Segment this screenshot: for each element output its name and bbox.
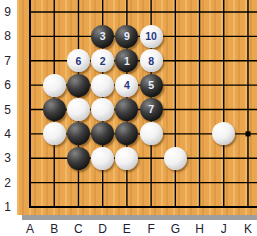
intersection-D3[interactable]: [91, 146, 115, 170]
column-label-J: J: [216, 222, 232, 236]
intersection-D5[interactable]: [91, 97, 115, 121]
intersection-C5[interactable]: [66, 97, 90, 121]
row-label-6: 6: [0, 78, 15, 92]
intersection-H7[interactable]: [187, 49, 211, 73]
intersection-K7[interactable]: [236, 49, 257, 73]
stone-white-D7[interactable]: 2: [91, 49, 114, 72]
column-label-F: F: [143, 222, 159, 236]
stone-white-B6[interactable]: [43, 74, 66, 97]
intersection-D9[interactable]: [91, 0, 115, 24]
intersection-A8[interactable]: [18, 24, 42, 48]
intersection-K8[interactable]: [236, 24, 257, 48]
intersection-D8[interactable]: 3: [91, 24, 115, 48]
intersection-K4[interactable]: [236, 122, 257, 146]
intersection-E8[interactable]: 9: [115, 24, 139, 48]
row-label-9: 9: [0, 5, 15, 19]
intersection-K5[interactable]: [236, 97, 257, 121]
row-label-5: 5: [0, 103, 15, 117]
stone-white-C7[interactable]: 6: [67, 49, 90, 72]
intersection-C2[interactable]: [66, 170, 90, 194]
intersection-G8[interactable]: [163, 24, 187, 48]
stone-black-C6[interactable]: [67, 74, 90, 97]
intersection-J5[interactable]: [212, 97, 236, 121]
intersection-G2[interactable]: [163, 170, 187, 194]
column-label-D: D: [95, 222, 111, 236]
intersection-F6[interactable]: 5: [139, 73, 163, 97]
row-label-7: 7: [0, 54, 15, 68]
intersection-H4[interactable]: [187, 122, 211, 146]
stone-white-F4[interactable]: [140, 122, 163, 145]
intersection-H8[interactable]: [187, 24, 211, 48]
intersection-J4[interactable]: [212, 122, 236, 146]
intersection-H6[interactable]: [187, 73, 211, 97]
intersection-F7[interactable]: 8: [139, 49, 163, 73]
stone-black-E5[interactable]: [115, 98, 138, 121]
stone-white-E3[interactable]: [115, 147, 138, 170]
intersection-J9[interactable]: [212, 0, 236, 24]
intersection-J6[interactable]: [212, 73, 236, 97]
intersection-C7[interactable]: 6: [66, 49, 90, 73]
stone-white-F8[interactable]: 10: [140, 25, 163, 48]
column-label-A: A: [22, 222, 38, 236]
intersection-D4[interactable]: [91, 122, 115, 146]
intersection-G7[interactable]: [163, 49, 187, 73]
stone-black-D8[interactable]: 3: [91, 25, 114, 48]
stone-white-C5[interactable]: [67, 98, 90, 121]
stone-white-G3[interactable]: [164, 147, 187, 170]
intersection-A5[interactable]: [18, 97, 42, 121]
intersection-G9[interactable]: [163, 0, 187, 24]
intersection-D2[interactable]: [91, 170, 115, 194]
intersection-B4[interactable]: [42, 122, 66, 146]
intersection-B3[interactable]: [42, 146, 66, 170]
intersection-E2[interactable]: [115, 170, 139, 194]
stone-black-E8[interactable]: 9: [115, 25, 138, 48]
row-label-8: 8: [0, 29, 15, 43]
stone-white-J4[interactable]: [212, 122, 235, 145]
intersection-C8[interactable]: [66, 24, 90, 48]
row-label-1: 1: [0, 200, 15, 214]
go-board: 39106218457: [17, 0, 257, 215]
intersection-H2[interactable]: [187, 170, 211, 194]
intersection-C6[interactable]: [66, 73, 90, 97]
move-number: 6: [76, 56, 82, 67]
intersection-J8[interactable]: [212, 24, 236, 48]
move-number: 9: [124, 31, 130, 42]
intersection-F3[interactable]: [139, 146, 163, 170]
column-label-K: K: [240, 222, 256, 236]
intersection-C9[interactable]: [66, 0, 90, 24]
column-label-B: B: [46, 222, 62, 236]
intersection-K2[interactable]: [236, 170, 257, 194]
intersection-F5[interactable]: 7: [139, 97, 163, 121]
intersection-B7[interactable]: [42, 49, 66, 73]
stone-white-D3[interactable]: [91, 147, 114, 170]
intersections-grid: 39106218457: [18, 0, 257, 219]
intersection-B8[interactable]: [42, 24, 66, 48]
intersection-G6[interactable]: [163, 73, 187, 97]
intersection-C3[interactable]: [66, 146, 90, 170]
intersection-H3[interactable]: [187, 146, 211, 170]
intersection-F9[interactable]: [139, 0, 163, 24]
intersection-F8[interactable]: 10: [139, 24, 163, 48]
intersection-B9[interactable]: [42, 0, 66, 24]
intersection-B5[interactable]: [42, 97, 66, 121]
column-label-G: G: [167, 222, 183, 236]
intersection-G3[interactable]: [163, 146, 187, 170]
stone-black-E7[interactable]: 1: [115, 49, 138, 72]
row-label-3: 3: [0, 151, 15, 165]
move-number: 1: [124, 56, 130, 67]
intersection-J7[interactable]: [212, 49, 236, 73]
intersection-A3[interactable]: [18, 146, 42, 170]
intersection-C4[interactable]: [66, 122, 90, 146]
move-number: 2: [100, 56, 106, 67]
intersection-G4[interactable]: [163, 122, 187, 146]
move-number: 3: [100, 31, 106, 42]
intersection-G5[interactable]: [163, 97, 187, 121]
stone-black-B5[interactable]: [43, 98, 66, 121]
intersection-E5[interactable]: [115, 97, 139, 121]
go-diagram: 39106218457 987654321 ABCDEFGHJK: [0, 0, 257, 236]
stone-black-C4[interactable]: [67, 122, 90, 145]
intersection-H9[interactable]: [187, 0, 211, 24]
intersection-E6[interactable]: 4: [115, 73, 139, 97]
intersection-B2[interactable]: [42, 170, 66, 194]
column-label-E: E: [119, 222, 135, 236]
intersection-A4[interactable]: [18, 122, 42, 146]
stone-black-D4[interactable]: [91, 122, 114, 145]
column-label-C: C: [70, 222, 86, 236]
stone-black-F5[interactable]: 7: [140, 98, 163, 121]
column-label-H: H: [192, 222, 208, 236]
intersection-H5[interactable]: [187, 97, 211, 121]
stone-black-E4[interactable]: [115, 122, 138, 145]
intersection-F2[interactable]: [139, 170, 163, 194]
intersection-A9[interactable]: [18, 0, 42, 24]
intersection-J3[interactable]: [212, 146, 236, 170]
move-number: 7: [148, 104, 154, 115]
intersection-J2[interactable]: [212, 170, 236, 194]
intersection-A7[interactable]: [18, 49, 42, 73]
stone-white-E6[interactable]: 4: [115, 74, 138, 97]
stone-white-B4[interactable]: [43, 122, 66, 145]
row-label-2: 2: [0, 176, 15, 190]
intersection-E3[interactable]: [115, 146, 139, 170]
move-number: 4: [124, 80, 130, 91]
intersection-F4[interactable]: [139, 122, 163, 146]
intersection-K6[interactable]: [236, 73, 257, 97]
intersection-E7[interactable]: 1: [115, 49, 139, 73]
stone-white-F7[interactable]: 8: [140, 49, 163, 72]
intersection-B6[interactable]: [42, 73, 66, 97]
move-number: 5: [148, 80, 154, 91]
board-edge-shadow: [22, 215, 257, 220]
intersection-D6[interactable]: [91, 73, 115, 97]
stone-white-D6[interactable]: [91, 74, 114, 97]
stone-white-D5[interactable]: [91, 98, 114, 121]
intersection-A2[interactable]: [18, 170, 42, 194]
intersection-E4[interactable]: [115, 122, 139, 146]
intersection-A6[interactable]: [18, 73, 42, 97]
intersection-D7[interactable]: 2: [91, 49, 115, 73]
intersection-K3[interactable]: [236, 146, 257, 170]
intersection-K9[interactable]: [236, 0, 257, 24]
stone-black-F6[interactable]: 5: [140, 74, 163, 97]
stone-black-C3[interactable]: [67, 147, 90, 170]
row-label-4: 4: [0, 127, 15, 141]
move-number: 8: [148, 56, 154, 67]
move-number: 10: [145, 31, 157, 42]
intersection-E9[interactable]: [115, 0, 139, 24]
